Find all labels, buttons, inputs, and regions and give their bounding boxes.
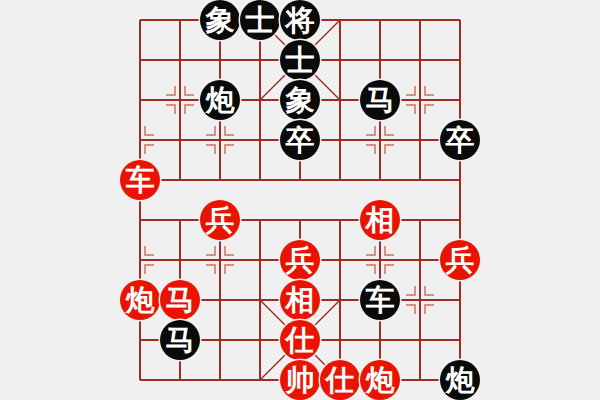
piece-red-elephant[interactable]: 相 — [280, 280, 320, 320]
piece-black-elephant[interactable]: 象 — [200, 0, 240, 40]
piece-black-elephant[interactable]: 象 — [280, 80, 320, 120]
piece-black-cannon[interactable]: 炮 — [200, 80, 240, 120]
piece-red-advisor[interactable]: 仕 — [320, 360, 360, 400]
piece-red-general[interactable]: 帅 — [280, 360, 320, 400]
xiangqi-app-screen: 象士将士炮象马卒卒车兵相兵兵炮马相车马仕帅仕炮炮 — [0, 0, 600, 400]
piece-red-soldier[interactable]: 兵 — [200, 200, 240, 240]
piece-red-elephant[interactable]: 相 — [360, 200, 400, 240]
piece-red-advisor[interactable]: 仕 — [280, 320, 320, 360]
piece-red-horse[interactable]: 马 — [160, 280, 200, 320]
xiangqi-pieces-layer: 象士将士炮象马卒卒车兵相兵兵炮马相车马仕帅仕炮炮 — [0, 0, 600, 400]
piece-black-horse[interactable]: 马 — [360, 80, 400, 120]
piece-red-cannon[interactable]: 炮 — [120, 280, 160, 320]
piece-black-chariot[interactable]: 车 — [360, 280, 400, 320]
piece-black-horse[interactable]: 马 — [160, 320, 200, 360]
piece-black-cannon[interactable]: 炮 — [440, 360, 480, 400]
piece-red-cannon[interactable]: 炮 — [360, 360, 400, 400]
piece-red-chariot[interactable]: 车 — [120, 160, 160, 200]
piece-red-soldier[interactable]: 兵 — [280, 240, 320, 280]
piece-black-soldier[interactable]: 卒 — [440, 120, 480, 160]
piece-black-general[interactable]: 将 — [280, 0, 320, 40]
piece-red-soldier[interactable]: 兵 — [440, 240, 480, 280]
piece-black-soldier[interactable]: 卒 — [280, 120, 320, 160]
piece-black-advisor[interactable]: 士 — [240, 0, 280, 40]
piece-black-advisor[interactable]: 士 — [280, 40, 320, 80]
